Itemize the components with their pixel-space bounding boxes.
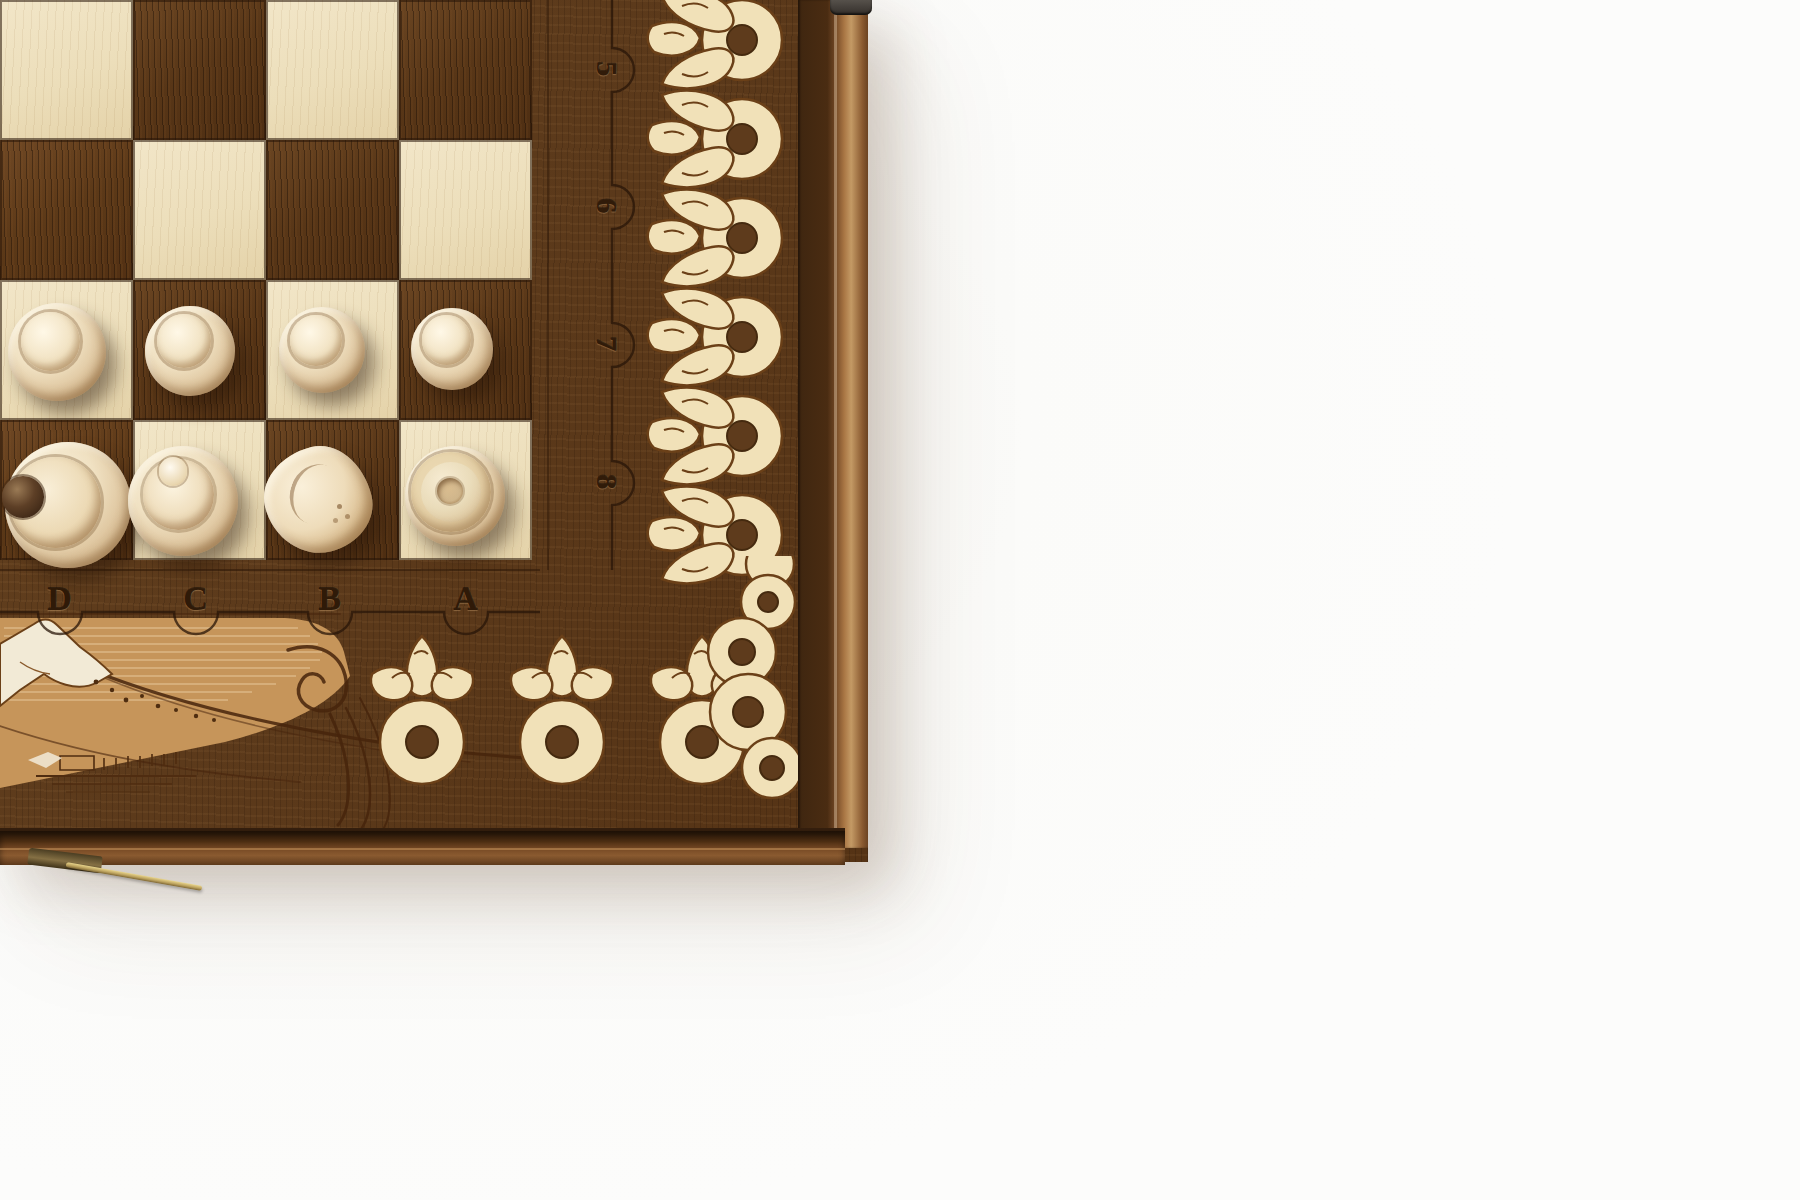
square-c6[interactable] (133, 140, 266, 280)
piece-white-pawn-c7[interactable]: ♙ (145, 306, 235, 396)
board-edge-right (798, 0, 868, 848)
board-edge-bottom (0, 828, 845, 865)
square-d6[interactable] (0, 140, 133, 280)
piece-white-bishop-c8[interactable]: ♗ (128, 446, 238, 556)
file-label-c: C (174, 580, 218, 618)
ornament-border-right (636, 0, 800, 600)
piece-white-knight-b8[interactable]: ♘ (265, 447, 371, 553)
piece-white-pawn-a7[interactable]: ♙ (411, 308, 493, 390)
file-label-a: A (444, 580, 488, 618)
square-d5[interactable] (0, 0, 133, 140)
file-label-d: D (38, 580, 82, 618)
rank-label-8: 8 (590, 460, 624, 504)
square-b5[interactable] (266, 0, 399, 140)
rank-label-7: 7 (590, 322, 624, 366)
piece-white-rook-a8[interactable]: ♖ (405, 446, 505, 546)
square-c5[interactable] (133, 0, 266, 140)
square-a6[interactable] (399, 140, 532, 280)
rank-label-5: 5 (590, 47, 624, 91)
piece-white-pawn-d7[interactable]: ♙ (8, 303, 106, 401)
piece-white-queen-d8[interactable]: ♕ (5, 442, 131, 568)
chess-board: D C B A 5 6 7 8 ♙ ♙ ♙ ♙ ♕ ♗ ♘ ♖ (0, 0, 868, 862)
hinge (830, 0, 872, 15)
piece-white-pawn-b7[interactable]: ♙ (279, 307, 365, 393)
square-a5[interactable] (399, 0, 532, 140)
scallop-line-right (532, 0, 642, 570)
latch-wire (66, 862, 203, 891)
rank-label-6: 6 (590, 184, 624, 228)
square-b6[interactable] (266, 140, 399, 280)
file-label-b: B (308, 580, 352, 618)
